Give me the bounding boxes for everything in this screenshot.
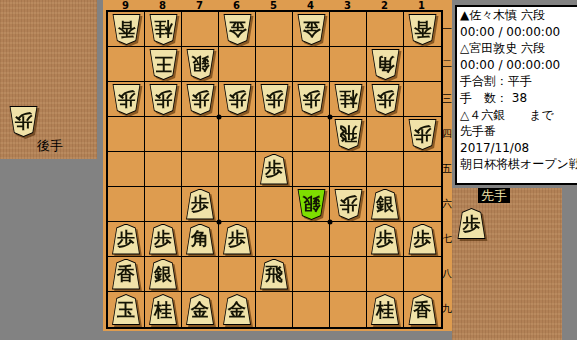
piece-kanji: 桂: [154, 301, 172, 319]
piece-kanji: 歩: [154, 230, 172, 248]
square-4-4[interactable]: [293, 117, 330, 152]
sente-piece-飛[interactable]: 飛: [260, 259, 289, 290]
game-info-panel: ▲佐々木慎 六段 00:00 / 00:00:00 △宮田敦史 六段 00:00…: [455, 5, 577, 185]
square-4-2[interactable]: [293, 47, 330, 82]
square-7-4[interactable]: [182, 117, 219, 152]
piece-kanji: 桂: [339, 90, 357, 108]
square-8-6[interactable]: [145, 187, 182, 222]
square-4-3[interactable]: 歩: [293, 82, 330, 117]
file-label-2: 2: [366, 0, 403, 11]
rank-label-3: 三: [442, 81, 452, 116]
gote-piece-香[interactable]: 香: [408, 14, 437, 45]
hoshi-dot: [328, 115, 333, 120]
square-3-5[interactable]: [330, 152, 367, 187]
square-4-1[interactable]: 金: [293, 12, 330, 47]
piece-kanji: 歩: [376, 230, 394, 248]
piece-kanji: 銀: [154, 265, 172, 283]
square-3-7[interactable]: [330, 222, 367, 257]
gote-piece-金[interactable]: 金: [297, 14, 326, 45]
file-label-1: 1: [403, 0, 440, 11]
sente-piece-歩[interactable]: 歩: [223, 224, 252, 255]
file-label-9: 9: [107, 0, 144, 11]
gote-piece-王[interactable]: 王: [149, 49, 178, 80]
sente-stand-label: 先手: [478, 188, 510, 203]
rank-label-1: 一: [442, 11, 452, 46]
piece-kanji: 玉: [117, 301, 135, 319]
square-7-7[interactable]: 角: [182, 222, 219, 257]
sente-player-name: ▲佐々木慎 六段: [457, 7, 577, 24]
gote-piece-桂[interactable]: 桂: [334, 84, 363, 115]
square-2-5[interactable]: [367, 152, 404, 187]
sente-piece-金[interactable]: 金: [186, 294, 215, 325]
gote-piece-金[interactable]: 金: [223, 14, 252, 45]
square-8-2[interactable]: 王: [145, 47, 182, 82]
hoshi-dot: [217, 220, 222, 225]
square-7-6[interactable]: 歩: [182, 187, 219, 222]
square-4-6[interactable]: 銀: [293, 187, 330, 222]
square-9-2[interactable]: [108, 47, 145, 82]
square-8-7[interactable]: 歩: [145, 222, 182, 257]
file-label-3: 3: [329, 0, 366, 11]
square-4-7[interactable]: [293, 222, 330, 257]
board-grid[interactable]: 香桂金金香王銀角歩歩歩歩歩歩桂歩飛歩歩歩銀歩銀歩歩角歩歩歩香銀飛玉桂金金桂香: [107, 11, 442, 328]
piece-kanji: 金: [302, 20, 320, 38]
square-6-1[interactable]: 金: [219, 12, 256, 47]
rank-label-2: 二: [442, 46, 452, 81]
gote-hand-pieces: 歩: [9, 106, 38, 137]
hoshi-dot: [328, 220, 333, 225]
sente-captured-stand[interactable]: 先手 歩: [452, 188, 562, 340]
piece-kanji: 香: [414, 20, 432, 38]
piece-kanji: 桂: [154, 20, 172, 38]
square-3-4[interactable]: 飛: [330, 117, 367, 152]
square-6-6[interactable]: [219, 187, 256, 222]
sente-piece-角[interactable]: 角: [186, 224, 215, 255]
piece-kanji: 香: [414, 301, 432, 319]
square-5-7[interactable]: [256, 222, 293, 257]
square-6-9[interactable]: 金: [219, 292, 256, 327]
piece-kanji: 歩: [265, 90, 283, 108]
gote-clock: 00:00 / 00:00:00: [457, 57, 577, 74]
piece-kanji: 金: [228, 20, 246, 38]
square-8-1[interactable]: 桂: [145, 12, 182, 47]
piece-kanji: 歩: [302, 90, 320, 108]
sente-piece-歩[interactable]: 歩: [149, 224, 178, 255]
sente-piece-香[interactable]: 香: [112, 259, 141, 290]
gote-piece-香[interactable]: 香: [112, 14, 141, 45]
square-6-3[interactable]: 歩: [219, 82, 256, 117]
square-8-4[interactable]: [145, 117, 182, 152]
piece-kanji: 歩: [265, 160, 283, 178]
rank-label-8: 八: [442, 256, 452, 291]
gote-piece-角[interactable]: 角: [371, 49, 400, 80]
square-2-9[interactable]: 桂: [367, 292, 404, 327]
gote-piece-銀[interactable]: 銀: [297, 189, 326, 220]
square-9-5[interactable]: [108, 152, 145, 187]
gote-piece-歩[interactable]: 歩: [334, 189, 363, 220]
square-1-6[interactable]: [404, 187, 441, 222]
square-7-1[interactable]: [182, 12, 219, 47]
rank-label-4: 四: [442, 116, 452, 151]
square-3-2[interactable]: [330, 47, 367, 82]
shogi-board: 987654321 香桂金金香王銀角歩歩歩歩歩歩桂歩飛歩歩歩銀歩銀歩歩角歩歩歩香…: [103, 0, 452, 331]
square-1-1[interactable]: 香: [404, 12, 441, 47]
shogi-record-viewer: 歩 後手 987654321 香桂金金香王銀角歩歩歩歩歩歩桂歩飛歩歩歩銀歩銀歩歩…: [0, 0, 577, 340]
square-2-6[interactable]: 銀: [367, 187, 404, 222]
file-label-7: 7: [181, 0, 218, 11]
sente-hand-pieces: 歩: [457, 208, 486, 239]
piece-kanji: 香: [117, 265, 135, 283]
square-4-9[interactable]: [293, 292, 330, 327]
square-3-9[interactable]: [330, 292, 367, 327]
square-7-8[interactable]: [182, 257, 219, 292]
gote-piece-歩[interactable]: 歩: [186, 84, 215, 115]
last-move-line: △４六銀 まで: [457, 107, 577, 124]
square-7-9[interactable]: 金: [182, 292, 219, 327]
square-1-8[interactable]: [404, 257, 441, 292]
square-9-4[interactable]: [108, 117, 145, 152]
piece-kanji: 歩: [228, 230, 246, 248]
gote-piece-歩[interactable]: 歩: [112, 84, 141, 115]
sente-piece-歩[interactable]: 歩: [408, 224, 437, 255]
square-5-2[interactable]: [256, 47, 293, 82]
sente-piece-歩[interactable]: 歩: [457, 208, 486, 239]
square-2-7[interactable]: 歩: [367, 222, 404, 257]
piece-kanji: 金: [228, 301, 246, 319]
handicap-line: 手合割：平手: [457, 73, 577, 90]
square-7-2[interactable]: 銀: [182, 47, 219, 82]
move-count-line: 手 数： 38: [457, 90, 577, 107]
rank-label-9: 九: [442, 291, 452, 326]
square-3-8[interactable]: [330, 257, 367, 292]
sente-piece-香[interactable]: 香: [408, 294, 437, 325]
square-2-2[interactable]: 角: [367, 47, 404, 82]
square-1-9[interactable]: 香: [404, 292, 441, 327]
sente-piece-歩[interactable]: 歩: [112, 224, 141, 255]
gote-piece-歩[interactable]: 歩: [223, 84, 252, 115]
square-5-5[interactable]: 歩: [256, 152, 293, 187]
square-9-8[interactable]: 香: [108, 257, 145, 292]
gote-piece-銀[interactable]: 銀: [186, 49, 215, 80]
piece-kanji: 歩: [154, 90, 172, 108]
piece-kanji: 歩: [15, 113, 33, 131]
piece-kanji: 飛: [339, 125, 357, 143]
square-6-7[interactable]: 歩: [219, 222, 256, 257]
square-5-9[interactable]: [256, 292, 293, 327]
piece-kanji: 歩: [463, 215, 481, 233]
piece-kanji: 角: [376, 55, 394, 73]
date-line: 2017/11/08: [457, 140, 577, 157]
piece-kanji: 歩: [117, 90, 135, 108]
file-label-4: 4: [292, 0, 329, 11]
piece-kanji: 香: [117, 20, 135, 38]
piece-kanji: 歩: [191, 195, 209, 213]
square-1-5[interactable]: [404, 152, 441, 187]
square-9-7[interactable]: 歩: [108, 222, 145, 257]
sente-piece-銀[interactable]: 銀: [149, 259, 178, 290]
piece-kanji: 金: [191, 301, 209, 319]
gote-piece-歩[interactable]: 歩: [9, 106, 38, 137]
square-9-3[interactable]: 歩: [108, 82, 145, 117]
piece-kanji: 銀: [191, 55, 209, 73]
turn-line: 先手番: [457, 123, 577, 140]
square-4-5[interactable]: [293, 152, 330, 187]
square-9-1[interactable]: 香: [108, 12, 145, 47]
square-1-2[interactable]: [404, 47, 441, 82]
piece-kanji: 歩: [228, 90, 246, 108]
piece-kanji: 歩: [117, 230, 135, 248]
square-1-4[interactable]: 歩: [404, 117, 441, 152]
piece-kanji: 歩: [414, 125, 432, 143]
square-6-4[interactable]: [219, 117, 256, 152]
square-8-3[interactable]: 歩: [145, 82, 182, 117]
rank-coordinate-labels: 一二三四五六七八九: [442, 11, 452, 326]
gote-piece-桂[interactable]: 桂: [149, 14, 178, 45]
square-2-1[interactable]: [367, 12, 404, 47]
square-6-2[interactable]: [219, 47, 256, 82]
square-1-3[interactable]: [404, 82, 441, 117]
square-8-8[interactable]: 銀: [145, 257, 182, 292]
piece-kanji: 王: [154, 55, 172, 73]
hoshi-dot: [217, 115, 222, 120]
piece-kanji: 歩: [376, 90, 394, 108]
square-5-8[interactable]: 飛: [256, 257, 293, 292]
rank-label-5: 五: [442, 151, 452, 186]
sente-piece-銀[interactable]: 銀: [371, 189, 400, 220]
square-5-4[interactable]: [256, 117, 293, 152]
piece-kanji: 飛: [265, 265, 283, 283]
square-8-5[interactable]: [145, 152, 182, 187]
sente-clock: 00:00 / 00:00:00: [457, 24, 577, 41]
square-3-3[interactable]: 桂: [330, 82, 367, 117]
piece-kanji: 銀: [302, 195, 320, 213]
gote-player-name: △宮田敦史 六段: [457, 40, 577, 57]
square-7-3[interactable]: 歩: [182, 82, 219, 117]
sente-piece-玉[interactable]: 玉: [112, 294, 141, 325]
rank-label-6: 六: [442, 186, 452, 221]
gote-piece-歩[interactable]: 歩: [371, 84, 400, 115]
square-7-5[interactable]: [182, 152, 219, 187]
gote-piece-飛[interactable]: 飛: [334, 119, 363, 150]
event-line: 朝日杯将棋オープン戦: [457, 156, 577, 173]
rank-label-7: 七: [442, 221, 452, 256]
gote-stand-label: 後手: [37, 138, 63, 153]
square-5-6[interactable]: [256, 187, 293, 222]
sente-piece-桂[interactable]: 桂: [149, 294, 178, 325]
sente-piece-歩[interactable]: 歩: [186, 189, 215, 220]
square-2-4[interactable]: [367, 117, 404, 152]
gote-piece-歩[interactable]: 歩: [408, 119, 437, 150]
square-5-3[interactable]: 歩: [256, 82, 293, 117]
square-6-8[interactable]: [219, 257, 256, 292]
square-4-8[interactable]: [293, 257, 330, 292]
gote-piece-歩[interactable]: 歩: [149, 84, 178, 115]
square-8-9[interactable]: 桂: [145, 292, 182, 327]
square-2-3[interactable]: 歩: [367, 82, 404, 117]
file-coordinate-labels: 987654321: [107, 0, 442, 11]
square-3-6[interactable]: 歩: [330, 187, 367, 222]
piece-kanji: 歩: [339, 195, 357, 213]
piece-kanji: 角: [191, 230, 209, 248]
gote-piece-歩[interactable]: 歩: [260, 84, 289, 115]
square-5-1[interactable]: [256, 12, 293, 47]
piece-kanji: 歩: [191, 90, 209, 108]
piece-kanji: 銀: [376, 195, 394, 213]
file-label-5: 5: [255, 0, 292, 11]
sente-piece-桂[interactable]: 桂: [371, 294, 400, 325]
gote-piece-歩[interactable]: 歩: [297, 84, 326, 115]
file-label-6: 6: [218, 0, 255, 11]
square-1-7[interactable]: 歩: [404, 222, 441, 257]
sente-piece-歩[interactable]: 歩: [260, 154, 289, 185]
piece-kanji: 桂: [376, 301, 394, 319]
square-2-8[interactable]: [367, 257, 404, 292]
sente-piece-金[interactable]: 金: [223, 294, 252, 325]
square-9-9[interactable]: 玉: [108, 292, 145, 327]
square-6-5[interactable]: [219, 152, 256, 187]
gote-captured-stand[interactable]: 歩 後手: [0, 0, 97, 159]
file-label-8: 8: [144, 0, 181, 11]
square-3-1[interactable]: [330, 12, 367, 47]
sente-piece-歩[interactable]: 歩: [371, 224, 400, 255]
square-9-6[interactable]: [108, 187, 145, 222]
piece-kanji: 歩: [414, 230, 432, 248]
